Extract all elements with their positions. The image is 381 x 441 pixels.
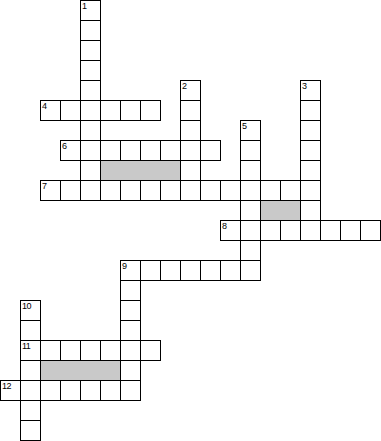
clue-number-4: 4: [42, 101, 47, 111]
cell-r3c4[interactable]: [80, 60, 101, 81]
cell-r8c9[interactable]: [180, 160, 201, 181]
cell-r5c15[interactable]: [300, 100, 321, 121]
shaded-run-r10c13[interactable]: [260, 200, 301, 221]
cell-r17c6[interactable]: [120, 340, 141, 361]
cell-r8c12[interactable]: [240, 160, 261, 181]
cell-r7c7[interactable]: [140, 140, 161, 161]
cell-r11c18[interactable]: [360, 220, 381, 241]
cell-r4c9[interactable]: 2: [180, 80, 201, 101]
cell-r11c17[interactable]: [340, 220, 361, 241]
cell-r14c6[interactable]: [120, 280, 141, 301]
crossword-page: 123456789101112: [0, 0, 381, 441]
cell-r9c6[interactable]: [120, 180, 141, 201]
cell-r6c15[interactable]: [300, 120, 321, 141]
clue-number-1: 1: [82, 1, 87, 11]
cell-r19c0[interactable]: 12: [0, 380, 21, 401]
cell-r13c11[interactable]: [220, 260, 241, 281]
cell-r11c12[interactable]: [240, 220, 261, 241]
cell-r7c8[interactable]: [160, 140, 181, 161]
cell-r16c1[interactable]: [20, 320, 41, 341]
cell-r7c10[interactable]: [200, 140, 221, 161]
cell-r9c2[interactable]: 7: [40, 180, 61, 201]
cell-r12c12[interactable]: [240, 240, 261, 261]
cell-r5c4[interactable]: [80, 100, 101, 121]
cell-r9c12[interactable]: [240, 180, 261, 201]
cell-r8c4[interactable]: [80, 160, 101, 181]
cell-r17c7[interactable]: [140, 340, 161, 361]
cell-r8c15[interactable]: [300, 160, 321, 181]
cell-r17c4[interactable]: [80, 340, 101, 361]
clue-number-8: 8: [222, 221, 227, 231]
cell-r6c9[interactable]: [180, 120, 201, 141]
cell-r9c8[interactable]: [160, 180, 181, 201]
cell-r15c6[interactable]: [120, 300, 141, 321]
cell-r9c10[interactable]: [200, 180, 221, 201]
clue-number-3: 3: [302, 81, 307, 91]
cell-r5c2[interactable]: 4: [40, 100, 61, 121]
cell-r9c5[interactable]: [100, 180, 121, 201]
cell-r13c12[interactable]: [240, 260, 261, 281]
cell-r7c6[interactable]: [120, 140, 141, 161]
cell-r0c4[interactable]: 1: [80, 0, 101, 21]
cell-r19c4[interactable]: [80, 380, 101, 401]
cell-r5c9[interactable]: [180, 100, 201, 121]
cell-r10c15[interactable]: [300, 200, 321, 221]
cell-r19c5[interactable]: [100, 380, 121, 401]
cell-r10c12[interactable]: [240, 200, 261, 221]
cell-r11c15[interactable]: [300, 220, 321, 241]
clue-number-7: 7: [42, 181, 47, 191]
cell-r9c11[interactable]: [220, 180, 241, 201]
clue-number-12: 12: [2, 381, 11, 391]
crossword-grid: 123456789101112: [0, 0, 381, 441]
cell-r9c3[interactable]: [60, 180, 81, 201]
cell-r18c1[interactable]: [20, 360, 41, 381]
cell-r21c1[interactable]: [20, 420, 41, 441]
cell-r9c9[interactable]: [180, 180, 201, 201]
cell-r11c11[interactable]: 8: [220, 220, 241, 241]
cell-r17c3[interactable]: [60, 340, 81, 361]
cell-r7c9[interactable]: [180, 140, 201, 161]
cell-r19c1[interactable]: [20, 380, 41, 401]
cell-r13c7[interactable]: [140, 260, 161, 281]
cell-r7c3[interactable]: 6: [60, 140, 81, 161]
cell-r7c12[interactable]: [240, 140, 261, 161]
cell-r11c16[interactable]: [320, 220, 341, 241]
cell-r1c4[interactable]: [80, 20, 101, 41]
cell-r2c4[interactable]: [80, 40, 101, 61]
shaded-run-r18c2[interactable]: [40, 360, 121, 381]
cell-r11c13[interactable]: [260, 220, 281, 241]
cell-r18c6[interactable]: [120, 360, 141, 381]
cell-r13c8[interactable]: [160, 260, 181, 281]
cell-r9c14[interactable]: [280, 180, 301, 201]
cell-r17c2[interactable]: [40, 340, 61, 361]
cell-r11c14[interactable]: [280, 220, 301, 241]
cell-r19c2[interactable]: [40, 380, 61, 401]
cell-r7c4[interactable]: [80, 140, 101, 161]
cell-r9c13[interactable]: [260, 180, 281, 201]
clue-number-10: 10: [22, 301, 31, 311]
cell-r19c3[interactable]: [60, 380, 81, 401]
cell-r20c1[interactable]: [20, 400, 41, 421]
clue-number-11: 11: [22, 341, 30, 351]
cell-r16c6[interactable]: [120, 320, 141, 341]
cell-r6c4[interactable]: [80, 120, 101, 141]
cell-r15c1[interactable]: 10: [20, 300, 41, 321]
cell-r6c12[interactable]: 5: [240, 120, 261, 141]
cell-r4c4[interactable]: [80, 80, 101, 101]
cell-r9c4[interactable]: [80, 180, 101, 201]
cell-r4c15[interactable]: 3: [300, 80, 321, 101]
cell-r5c5[interactable]: [100, 100, 121, 121]
cell-r9c15[interactable]: [300, 180, 321, 201]
cell-r5c7[interactable]: [140, 100, 161, 121]
cell-r5c6[interactable]: [120, 100, 141, 121]
cell-r7c15[interactable]: [300, 140, 321, 161]
cell-r13c10[interactable]: [200, 260, 221, 281]
cell-r17c5[interactable]: [100, 340, 121, 361]
clue-number-2: 2: [182, 81, 187, 91]
clue-number-6: 6: [62, 141, 67, 151]
cell-r17c1[interactable]: 11: [20, 340, 41, 361]
cell-r13c6[interactable]: 9: [120, 260, 141, 281]
clue-number-5: 5: [242, 121, 247, 131]
cell-r5c3[interactable]: [60, 100, 81, 121]
cell-r19c6[interactable]: [120, 380, 141, 401]
cell-r9c7[interactable]: [140, 180, 161, 201]
cell-r13c9[interactable]: [180, 260, 201, 281]
cell-r7c5[interactable]: [100, 140, 121, 161]
shaded-run-r8c5[interactable]: [100, 160, 181, 181]
clue-number-9: 9: [122, 261, 127, 271]
